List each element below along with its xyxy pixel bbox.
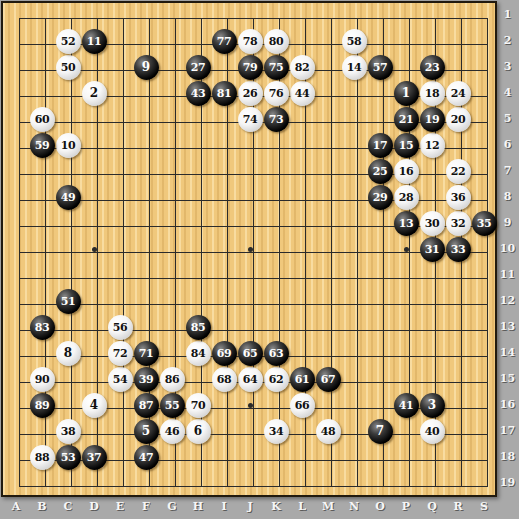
row-label-12: 12	[497, 294, 518, 308]
stone-black-O8[interactable]: 29	[368, 185, 393, 210]
col-label-R: R	[450, 500, 466, 514]
star-point	[92, 247, 97, 252]
stone-black-Q10[interactable]: 31	[420, 237, 445, 262]
stone-white-C2[interactable]: 52	[56, 29, 81, 54]
col-label-M: M	[320, 500, 336, 514]
stone-black-B6[interactable]: 59	[30, 133, 55, 158]
stone-white-B15[interactable]: 90	[30, 367, 55, 392]
stone-white-Q17[interactable]: 40	[420, 419, 445, 444]
stone-white-L4[interactable]: 44	[290, 81, 315, 106]
stone-white-H16[interactable]: 70	[186, 393, 211, 418]
col-label-F: F	[138, 500, 154, 514]
stone-black-C8[interactable]: 49	[56, 185, 81, 210]
row-label-8: 8	[497, 190, 518, 204]
col-label-L: L	[294, 500, 310, 514]
col-label-N: N	[346, 500, 362, 514]
row-label-4: 4	[497, 86, 518, 100]
stone-white-E14[interactable]: 72	[108, 341, 133, 366]
stone-black-Q3[interactable]: 23	[420, 55, 445, 80]
stone-black-B13[interactable]: 83	[30, 315, 55, 340]
stone-white-D16[interactable]: 4	[82, 393, 107, 418]
stone-black-F14[interactable]: 71	[134, 341, 159, 366]
stone-white-N3[interactable]: 14	[342, 55, 367, 80]
stone-white-B18[interactable]: 88	[30, 445, 55, 470]
stone-black-P9[interactable]: 13	[394, 211, 419, 236]
stone-black-O3[interactable]: 57	[368, 55, 393, 80]
row-label-6: 6	[497, 138, 518, 152]
stone-black-F16[interactable]: 87	[134, 393, 159, 418]
stone-black-K14[interactable]: 63	[264, 341, 289, 366]
star-point	[248, 247, 253, 252]
stone-black-Q16[interactable]: 3	[420, 393, 445, 418]
stone-black-J14[interactable]: 65	[238, 341, 263, 366]
stone-white-Q4[interactable]: 18	[420, 81, 445, 106]
stone-black-P6[interactable]: 15	[394, 133, 419, 158]
stone-black-H13[interactable]: 85	[186, 315, 211, 340]
col-label-A: A	[8, 500, 24, 514]
col-label-I: I	[216, 500, 232, 514]
stone-white-H14[interactable]: 84	[186, 341, 211, 366]
stone-white-K17[interactable]: 34	[264, 419, 289, 444]
stone-black-J3[interactable]: 79	[238, 55, 263, 80]
row-label-2: 2	[497, 34, 518, 48]
stone-black-R10[interactable]: 33	[446, 237, 471, 262]
stone-white-M17[interactable]: 48	[316, 419, 341, 444]
col-label-S: S	[476, 500, 492, 514]
stone-black-D18[interactable]: 37	[82, 445, 107, 470]
stone-black-B16[interactable]: 89	[30, 393, 55, 418]
stone-white-P7[interactable]: 16	[394, 159, 419, 184]
stone-white-R4[interactable]: 24	[446, 81, 471, 106]
stone-black-I4[interactable]: 81	[212, 81, 237, 106]
stone-white-P8[interactable]: 28	[394, 185, 419, 210]
row-label-13: 13	[497, 320, 518, 334]
stone-white-J4[interactable]: 26	[238, 81, 263, 106]
row-label-7: 7	[497, 164, 518, 178]
stone-white-J15[interactable]: 64	[238, 367, 263, 392]
stone-black-D2[interactable]: 11	[82, 29, 107, 54]
row-label-3: 3	[497, 60, 518, 74]
stone-black-C18[interactable]: 53	[56, 445, 81, 470]
row-label-11: 11	[497, 268, 518, 282]
row-label-9: 9	[497, 216, 518, 230]
stone-white-R7[interactable]: 22	[446, 159, 471, 184]
star-point	[404, 247, 409, 252]
stone-white-C6[interactable]: 10	[56, 133, 81, 158]
star-point	[248, 403, 253, 408]
stone-black-O6[interactable]: 17	[368, 133, 393, 158]
stone-white-R9[interactable]: 32	[446, 211, 471, 236]
stone-black-M15[interactable]: 67	[316, 367, 341, 392]
stone-black-F3[interactable]: 9	[134, 55, 159, 80]
stone-black-F17[interactable]: 5	[134, 419, 159, 444]
stone-black-O17[interactable]: 7	[368, 419, 393, 444]
stone-white-N2[interactable]: 58	[342, 29, 367, 54]
col-label-B: B	[34, 500, 50, 514]
stone-white-K4[interactable]: 76	[264, 81, 289, 106]
row-label-1: 1	[497, 8, 518, 22]
stone-white-C3[interactable]: 50	[56, 55, 81, 80]
stone-white-H17[interactable]: 6	[186, 419, 211, 444]
col-label-H: H	[190, 500, 206, 514]
stone-black-P16[interactable]: 41	[394, 393, 419, 418]
stone-black-F15[interactable]: 39	[134, 367, 159, 392]
row-label-15: 15	[497, 372, 518, 386]
stone-black-L15[interactable]: 61	[290, 367, 315, 392]
stone-black-K3[interactable]: 75	[264, 55, 289, 80]
go-board[interactable]: 1234567891011121314151617181920212223242…	[1, 1, 497, 497]
stone-black-O7[interactable]: 25	[368, 159, 393, 184]
row-label-16: 16	[497, 398, 518, 412]
stone-black-H4[interactable]: 43	[186, 81, 211, 106]
row-label-5: 5	[497, 112, 518, 126]
stone-white-E15[interactable]: 54	[108, 367, 133, 392]
stone-black-C12[interactable]: 51	[56, 289, 81, 314]
stone-white-C14[interactable]: 8	[56, 341, 81, 366]
stone-white-K15[interactable]: 62	[264, 367, 289, 392]
stone-black-P5[interactable]: 21	[394, 107, 419, 132]
stone-white-E13[interactable]: 56	[108, 315, 133, 340]
stone-white-G15[interactable]: 86	[160, 367, 185, 392]
stone-white-Q9[interactable]: 30	[420, 211, 445, 236]
stone-white-L3[interactable]: 82	[290, 55, 315, 80]
stone-white-Q6[interactable]: 12	[420, 133, 445, 158]
stone-black-S9[interactable]: 35	[472, 211, 497, 236]
stone-white-I15[interactable]: 68	[212, 367, 237, 392]
row-label-19: 19	[497, 476, 518, 490]
col-label-K: K	[268, 500, 284, 514]
stone-black-K5[interactable]: 73	[264, 107, 289, 132]
stone-black-I2[interactable]: 77	[212, 29, 237, 54]
stone-white-C17[interactable]: 38	[56, 419, 81, 444]
col-label-C: C	[60, 500, 76, 514]
stone-white-G17[interactable]: 46	[160, 419, 185, 444]
stone-white-B5[interactable]: 60	[30, 107, 55, 132]
stone-black-F18[interactable]: 47	[134, 445, 159, 470]
stone-black-I14[interactable]: 69	[212, 341, 237, 366]
stone-white-D4[interactable]: 2	[82, 81, 107, 106]
stone-black-H3[interactable]: 27	[186, 55, 211, 80]
stone-black-G16[interactable]: 55	[160, 393, 185, 418]
stone-white-K2[interactable]: 80	[264, 29, 289, 54]
stone-black-Q5[interactable]: 19	[420, 107, 445, 132]
col-label-J: J	[242, 500, 258, 514]
col-label-Q: Q	[424, 500, 440, 514]
row-label-17: 17	[497, 424, 518, 438]
col-label-P: P	[398, 500, 414, 514]
col-label-E: E	[112, 500, 128, 514]
stone-white-J5[interactable]: 74	[238, 107, 263, 132]
col-label-G: G	[164, 500, 180, 514]
stone-black-P4[interactable]: 1	[394, 81, 419, 106]
col-label-O: O	[372, 500, 388, 514]
stone-white-R5[interactable]: 20	[446, 107, 471, 132]
go-diagram: 1234567891011121314151617181920212223242…	[0, 0, 519, 519]
stone-white-R8[interactable]: 36	[446, 185, 471, 210]
stone-white-L16[interactable]: 66	[290, 393, 315, 418]
row-label-18: 18	[497, 450, 518, 464]
row-label-14: 14	[497, 346, 518, 360]
row-label-10: 10	[497, 242, 518, 256]
col-label-D: D	[86, 500, 102, 514]
stone-white-J2[interactable]: 78	[238, 29, 263, 54]
